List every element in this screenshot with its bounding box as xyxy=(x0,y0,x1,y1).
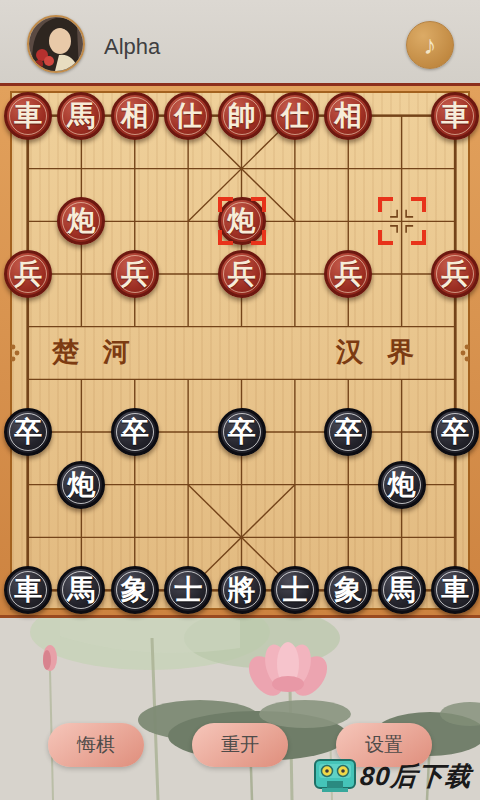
piece-black-soldier-i7[interactable]: 卒 xyxy=(431,408,479,456)
piece-red-advisor-d1[interactable]: 仕 xyxy=(164,92,212,140)
piece-black-soldier-c7[interactable]: 卒 xyxy=(111,408,159,456)
piece-red-elephant-g1[interactable]: 相 xyxy=(324,92,372,140)
piece-black-general-e10[interactable]: 將 xyxy=(218,566,266,614)
piece-black-horse-h10[interactable]: 馬 xyxy=(378,566,426,614)
piece-red-soldier-c4[interactable]: 兵 xyxy=(111,250,159,298)
restart-button[interactable]: 重开 xyxy=(192,723,288,767)
piece-black-cannon-h8[interactable]: 炮 xyxy=(378,461,426,509)
piece-black-advisor-f10[interactable]: 士 xyxy=(271,566,319,614)
piece-black-soldier-g7[interactable]: 卒 xyxy=(324,408,372,456)
music-button[interactable]: ♪ xyxy=(406,21,454,69)
piece-red-soldier-e4[interactable]: 兵 xyxy=(218,250,266,298)
opponent-avatar-art xyxy=(29,17,83,71)
piece-red-chariot-a1[interactable]: 車 xyxy=(4,92,52,140)
piece-black-advisor-d10[interactable]: 士 xyxy=(164,566,212,614)
piece-red-cannon-e3[interactable]: 炮 xyxy=(218,197,266,245)
piece-red-soldier-i4[interactable]: 兵 xyxy=(431,250,479,298)
piece-black-chariot-a10[interactable]: 車 xyxy=(4,566,52,614)
piece-black-elephant-g10[interactable]: 象 xyxy=(324,566,372,614)
piece-red-soldier-g4[interactable]: 兵 xyxy=(324,250,372,298)
xiangqi-app: Alpha ♪ 楚河 汉界 車馬相仕帥仕相車炮炮兵兵兵兵兵卒卒卒卒卒炮炮車馬象士… xyxy=(0,0,480,800)
music-note-icon: ♪ xyxy=(424,30,437,61)
cassette-icon xyxy=(314,759,356,793)
top-bar: Alpha ♪ xyxy=(0,0,480,83)
river-label-left: 楚河 xyxy=(52,334,154,370)
piece-red-chariot-i1[interactable]: 車 xyxy=(431,92,479,140)
piece-black-soldier-a7[interactable]: 卒 xyxy=(4,408,52,456)
piece-black-elephant-c10[interactable]: 象 xyxy=(111,566,159,614)
river-label-right: 汉界 xyxy=(336,334,438,370)
download-watermark: 80后下载 xyxy=(314,756,472,796)
piece-black-chariot-i10[interactable]: 車 xyxy=(431,566,479,614)
piece-red-advisor-f1[interactable]: 仕 xyxy=(271,92,319,140)
piece-red-elephant-c1[interactable]: 相 xyxy=(111,92,159,140)
piece-red-general-e1[interactable]: 帥 xyxy=(218,92,266,140)
watermark-text: 80后下载 xyxy=(359,759,473,794)
piece-black-soldier-e7[interactable]: 卒 xyxy=(218,408,266,456)
opponent-avatar xyxy=(27,15,85,73)
opponent-name: Alpha xyxy=(104,34,160,60)
piece-black-cannon-b8[interactable]: 炮 xyxy=(57,461,105,509)
undo-button[interactable]: 悔棋 xyxy=(48,723,144,767)
piece-red-soldier-a4[interactable]: 兵 xyxy=(4,250,52,298)
xiangqi-board[interactable]: 楚河 汉界 車馬相仕帥仕相車炮炮兵兵兵兵兵卒卒卒卒卒炮炮車馬象士將士象馬車 xyxy=(0,83,480,618)
